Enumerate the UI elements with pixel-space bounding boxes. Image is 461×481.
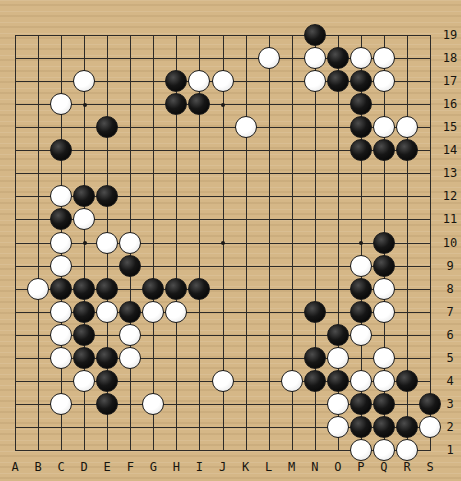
stone-white	[165, 301, 187, 323]
stone-white	[396, 439, 418, 461]
star-point	[83, 241, 87, 245]
stone-white	[281, 370, 303, 392]
stone-black	[50, 139, 72, 161]
row-label: 18	[443, 52, 457, 64]
stone-black	[50, 278, 72, 300]
stone-black	[142, 278, 164, 300]
stone-black	[96, 347, 118, 369]
stone-black	[373, 416, 395, 438]
stone-white	[350, 47, 372, 69]
stone-black	[419, 393, 441, 415]
goban[interactable]: ABCDEFGHIJKLMNOPQRS191817161514131211109…	[0, 0, 461, 481]
row-label: 8	[446, 283, 453, 295]
column-label: G	[150, 461, 157, 473]
stone-black	[396, 139, 418, 161]
row-label: 14	[443, 144, 457, 156]
stone-black	[373, 232, 395, 254]
column-label: J	[219, 461, 226, 473]
stone-black	[304, 347, 326, 369]
stone-black	[96, 278, 118, 300]
stone-white	[258, 47, 280, 69]
column-label: F	[127, 461, 134, 473]
row-label: 3	[446, 398, 453, 410]
go-board-screenshot: ABCDEFGHIJKLMNOPQRS191817161514131211109…	[0, 0, 461, 481]
stone-black	[165, 70, 187, 92]
stone-black	[165, 93, 187, 115]
stone-white	[373, 370, 395, 392]
row-label: 4	[446, 375, 453, 387]
column-label: D	[81, 461, 88, 473]
stone-black	[350, 139, 372, 161]
stone-white	[212, 370, 234, 392]
stone-white	[119, 324, 141, 346]
stone-black	[327, 324, 349, 346]
column-label: S	[426, 461, 433, 473]
stone-white	[350, 439, 372, 461]
star-point	[83, 103, 87, 107]
column-label: P	[357, 461, 364, 473]
stone-white	[188, 70, 210, 92]
column-label: R	[403, 461, 410, 473]
row-label: 9	[446, 260, 453, 272]
column-label: L	[265, 461, 272, 473]
stone-black	[350, 116, 372, 138]
row-label: 15	[443, 121, 457, 133]
row-label: 11	[443, 213, 457, 225]
stone-white	[350, 324, 372, 346]
stone-white	[119, 232, 141, 254]
stone-black	[73, 185, 95, 207]
stone-white	[373, 47, 395, 69]
stone-black	[327, 70, 349, 92]
star-point	[221, 241, 225, 245]
stone-black	[119, 301, 141, 323]
stone-black	[350, 70, 372, 92]
stone-black	[350, 393, 372, 415]
stone-white	[50, 347, 72, 369]
stone-white	[119, 347, 141, 369]
stone-black	[350, 416, 372, 438]
stone-black	[96, 393, 118, 415]
grid-line-vertical	[246, 35, 247, 451]
row-label: 12	[443, 190, 457, 202]
stone-white	[50, 93, 72, 115]
stone-white	[327, 347, 349, 369]
stone-white	[50, 185, 72, 207]
column-label: E	[104, 461, 111, 473]
stone-black	[350, 278, 372, 300]
column-label: B	[34, 461, 41, 473]
stone-white	[350, 370, 372, 392]
row-label: 6	[446, 329, 453, 341]
stone-white	[73, 208, 95, 230]
stone-white	[350, 255, 372, 277]
row-label: 19	[443, 29, 457, 41]
stone-black	[96, 116, 118, 138]
stone-white	[50, 255, 72, 277]
stone-black	[327, 370, 349, 392]
stone-white	[327, 393, 349, 415]
stone-white	[96, 301, 118, 323]
stone-white	[235, 116, 257, 138]
star-point	[221, 103, 225, 107]
stone-white	[373, 439, 395, 461]
stone-white	[27, 278, 49, 300]
stone-black	[327, 47, 349, 69]
stone-black	[396, 416, 418, 438]
stone-black	[396, 370, 418, 392]
stone-black	[188, 278, 210, 300]
column-label: H	[173, 461, 180, 473]
stone-white	[142, 393, 164, 415]
stone-white	[212, 70, 234, 92]
stone-white	[304, 47, 326, 69]
stone-white	[96, 232, 118, 254]
star-point	[359, 241, 363, 245]
stone-white	[50, 301, 72, 323]
row-label: 2	[446, 421, 453, 433]
row-label: 16	[443, 98, 457, 110]
grid-line-vertical	[269, 35, 270, 451]
stone-black	[119, 255, 141, 277]
stone-black	[73, 278, 95, 300]
stone-white	[419, 416, 441, 438]
stone-black	[350, 93, 372, 115]
row-label: 10	[443, 237, 457, 249]
column-label: N	[311, 461, 318, 473]
stone-white	[327, 416, 349, 438]
stone-black	[73, 301, 95, 323]
stone-black	[96, 185, 118, 207]
stone-white	[50, 324, 72, 346]
stone-white	[373, 347, 395, 369]
stone-white	[373, 278, 395, 300]
stone-white	[142, 301, 164, 323]
stone-white	[373, 70, 395, 92]
stone-black	[373, 139, 395, 161]
stone-black	[304, 24, 326, 46]
column-label: K	[242, 461, 249, 473]
stone-white	[396, 116, 418, 138]
stone-white	[50, 393, 72, 415]
grid-line-vertical	[430, 35, 431, 451]
column-label: C	[57, 461, 64, 473]
column-label: Q	[380, 461, 387, 473]
stone-black	[188, 93, 210, 115]
stone-black	[73, 347, 95, 369]
stone-black	[73, 324, 95, 346]
column-label: M	[288, 461, 295, 473]
column-label: I	[196, 461, 203, 473]
row-label: 5	[446, 352, 453, 364]
column-label: O	[334, 461, 341, 473]
row-label: 17	[443, 75, 457, 87]
stone-white	[73, 370, 95, 392]
stone-black	[373, 255, 395, 277]
stone-black	[50, 208, 72, 230]
stone-white	[73, 70, 95, 92]
stone-black	[304, 370, 326, 392]
column-label: A	[11, 461, 18, 473]
row-label: 1	[446, 444, 453, 456]
stone-black	[304, 301, 326, 323]
row-label: 13	[443, 167, 457, 179]
stone-black	[96, 370, 118, 392]
stone-black	[373, 393, 395, 415]
stone-white	[50, 232, 72, 254]
stone-white	[373, 116, 395, 138]
stone-white	[373, 301, 395, 323]
row-label: 7	[446, 306, 453, 318]
stone-white	[304, 70, 326, 92]
stone-black	[165, 278, 187, 300]
stone-black	[350, 301, 372, 323]
